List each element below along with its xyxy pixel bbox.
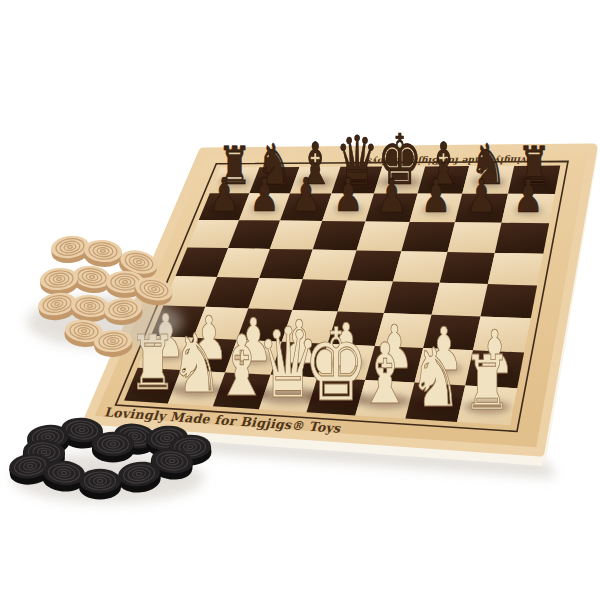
- chess-set-photo-svg: Lovingly Made for Bigjigs® ToysLovingly …: [0, 0, 600, 600]
- piece-glyph-pawn: ♟: [421, 168, 451, 223]
- square-f5[interactable]: [393, 251, 448, 283]
- square-f6[interactable]: [401, 222, 455, 252]
- piece-black-pawn-c7[interactable]: ♟: [291, 167, 321, 222]
- piece-black-pawn-h7[interactable]: ♟: [513, 169, 543, 224]
- piece-white-rook-h1[interactable]: ♜: [463, 339, 512, 427]
- piece-glyph-pawn: ♟: [377, 168, 407, 223]
- square-e6[interactable]: [357, 222, 410, 252]
- piece-black-pawn-b7[interactable]: ♟: [250, 167, 280, 222]
- square-f4[interactable]: [384, 282, 440, 315]
- disc-ring: [81, 329, 86, 332]
- square-g6[interactable]: [448, 222, 502, 253]
- piece-glyph-pawn: ♟: [291, 167, 321, 222]
- disc-ring: [54, 302, 59, 306]
- piece-black-pawn-a7[interactable]: ♟: [209, 167, 239, 222]
- piece-black-pawn-d7[interactable]: ♟: [333, 168, 363, 223]
- piece-glyph-pawn: ♟: [333, 168, 363, 223]
- piece-black-pawn-f7[interactable]: ♟: [421, 168, 451, 223]
- checker-light-disc-2[interactable]: [83, 238, 123, 268]
- square-g5[interactable]: [440, 252, 495, 284]
- square-g4[interactable]: [432, 283, 488, 317]
- piece-glyph-pawn: ♟: [209, 167, 239, 222]
- piece-glyph-bishop: ♝: [358, 325, 412, 423]
- piece-glyph-rook: ♜: [463, 339, 512, 427]
- checker-dark-disc-5[interactable]: [92, 432, 134, 463]
- square-h5[interactable]: [488, 253, 544, 286]
- piece-glyph-pawn: ♟: [467, 168, 497, 223]
- checker-dark-disc-12[interactable]: [79, 469, 121, 500]
- piece-white-bishop-f1[interactable]: ♝: [358, 325, 412, 423]
- square-h6[interactable]: [495, 223, 549, 254]
- piece-black-pawn-e7[interactable]: ♟: [377, 168, 407, 223]
- piece-glyph-pawn: ♟: [513, 169, 543, 224]
- square-e5[interactable]: [347, 250, 401, 281]
- piece-glyph-knight: ♞: [409, 330, 461, 425]
- piece-black-pawn-g7[interactable]: ♟: [467, 168, 497, 223]
- piece-glyph-pawn: ♟: [250, 167, 280, 222]
- checker-light-disc-5[interactable]: [39, 266, 79, 296]
- product-photo-scene: Lovingly Made for Bigjigs® ToysLovingly …: [0, 0, 600, 600]
- square-h4[interactable]: [481, 284, 538, 318]
- piece-white-knight-g1[interactable]: ♞: [409, 330, 461, 425]
